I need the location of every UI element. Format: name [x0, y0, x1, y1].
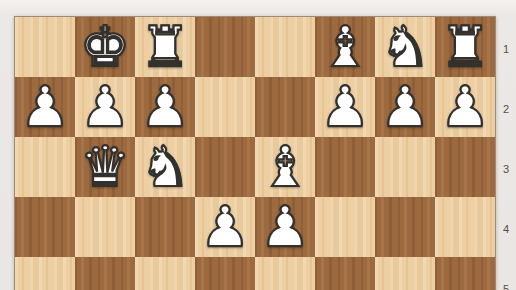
page-background: ♚♜♝♞♜♟♟♟♟♟♟♛♞♝♟♟ 12345	[0, 0, 516, 290]
square-f4[interactable]	[135, 197, 195, 257]
square-g1[interactable]: ♚	[75, 17, 135, 77]
square-b2[interactable]: ♟	[375, 77, 435, 137]
square-g2[interactable]: ♟	[75, 77, 135, 137]
square-d4[interactable]: ♟	[255, 197, 315, 257]
square-h4[interactable]	[15, 197, 75, 257]
square-h5[interactable]	[15, 257, 75, 290]
square-c3[interactable]	[315, 137, 375, 197]
square-h3[interactable]	[15, 137, 75, 197]
piece-white-pawn-f2[interactable]: ♟	[140, 77, 190, 137]
square-d2[interactable]	[255, 77, 315, 137]
piece-white-king-g1[interactable]: ♚	[80, 17, 130, 77]
piece-white-pawn-d4[interactable]: ♟	[260, 197, 310, 257]
piece-white-pawn-c2[interactable]: ♟	[320, 77, 370, 137]
square-e3[interactable]	[195, 137, 255, 197]
rank-label-2: 2	[496, 103, 516, 115]
piece-white-rook-f1[interactable]: ♜	[140, 17, 190, 77]
board: ♚♜♝♞♜♟♟♟♟♟♟♛♞♝♟♟	[14, 16, 496, 290]
piece-white-knight-b1[interactable]: ♞	[380, 17, 430, 77]
rank-label-4: 4	[496, 223, 516, 235]
rank-label-1: 1	[496, 43, 516, 55]
piece-white-bishop-c1[interactable]: ♝	[320, 17, 370, 77]
rank-label-3: 3	[496, 163, 516, 175]
square-c5[interactable]	[315, 257, 375, 290]
square-c1[interactable]: ♝	[315, 17, 375, 77]
square-b1[interactable]: ♞	[375, 17, 435, 77]
square-f1[interactable]: ♜	[135, 17, 195, 77]
square-g5[interactable]	[75, 257, 135, 290]
square-d3[interactable]: ♝	[255, 137, 315, 197]
square-a3[interactable]	[435, 137, 495, 197]
square-e1[interactable]	[195, 17, 255, 77]
square-e4[interactable]: ♟	[195, 197, 255, 257]
rank-label-5: 5	[496, 283, 516, 290]
square-b4[interactable]	[375, 197, 435, 257]
square-f5[interactable]	[135, 257, 195, 290]
piece-white-pawn-h2[interactable]: ♟	[20, 77, 70, 137]
piece-white-rook-a1[interactable]: ♜	[440, 17, 490, 77]
piece-white-bishop-d3[interactable]: ♝	[260, 137, 310, 197]
square-e5[interactable]	[195, 257, 255, 290]
piece-white-knight-f3[interactable]: ♞	[140, 137, 190, 197]
square-b3[interactable]	[375, 137, 435, 197]
square-a4[interactable]	[435, 197, 495, 257]
square-a2[interactable]: ♟	[435, 77, 495, 137]
square-f3[interactable]: ♞	[135, 137, 195, 197]
piece-white-queen-g3[interactable]: ♛	[80, 137, 130, 197]
square-g4[interactable]	[75, 197, 135, 257]
square-e2[interactable]	[195, 77, 255, 137]
piece-white-pawn-a2[interactable]: ♟	[440, 77, 490, 137]
square-h1[interactable]	[15, 17, 75, 77]
piece-white-pawn-g2[interactable]: ♟	[80, 77, 130, 137]
square-c2[interactable]: ♟	[315, 77, 375, 137]
piece-white-pawn-e4[interactable]: ♟	[200, 197, 250, 257]
rank-coordinate-gutter: 12345	[496, 16, 516, 290]
square-c4[interactable]	[315, 197, 375, 257]
square-f2[interactable]: ♟	[135, 77, 195, 137]
square-a5[interactable]	[435, 257, 495, 290]
square-h2[interactable]: ♟	[15, 77, 75, 137]
square-b5[interactable]	[375, 257, 435, 290]
square-d5[interactable]	[255, 257, 315, 290]
square-d1[interactable]	[255, 17, 315, 77]
piece-white-pawn-b2[interactable]: ♟	[380, 77, 430, 137]
square-a1[interactable]: ♜	[435, 17, 495, 77]
square-g3[interactable]: ♛	[75, 137, 135, 197]
